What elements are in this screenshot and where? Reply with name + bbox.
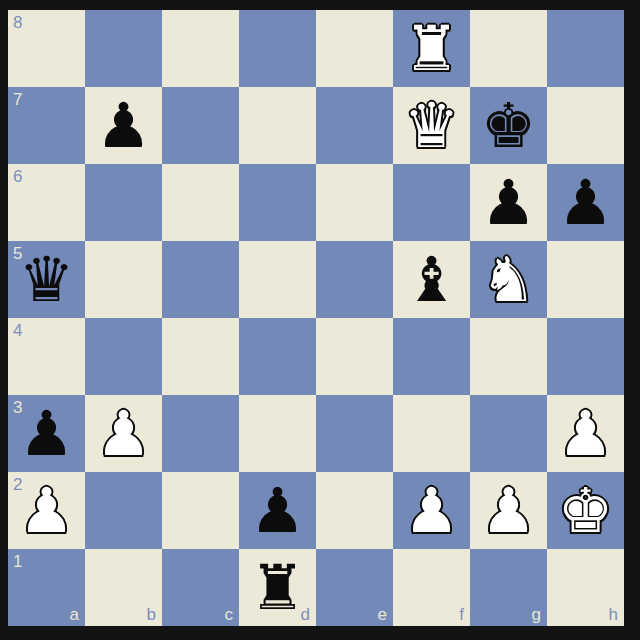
white-pawn[interactable]: ♟: [470, 472, 547, 549]
square-b3[interactable]: ♟: [85, 395, 162, 472]
square-e5[interactable]: [316, 241, 393, 318]
square-e8[interactable]: [316, 10, 393, 87]
square-d3[interactable]: [239, 395, 316, 472]
square-a6[interactable]: 6: [8, 164, 85, 241]
rank-label-1: 1: [13, 553, 22, 570]
square-e4[interactable]: [316, 318, 393, 395]
square-a7[interactable]: 7: [8, 87, 85, 164]
square-e6[interactable]: [316, 164, 393, 241]
square-g3[interactable]: [470, 395, 547, 472]
black-rook[interactable]: ♜: [239, 549, 316, 626]
black-bishop[interactable]: ♝: [393, 241, 470, 318]
square-d5[interactable]: [239, 241, 316, 318]
square-c6[interactable]: [162, 164, 239, 241]
black-pawn[interactable]: ♟: [85, 87, 162, 164]
square-d6[interactable]: [239, 164, 316, 241]
square-a1[interactable]: 1a: [8, 549, 85, 626]
black-pawn[interactable]: ♟: [547, 164, 624, 241]
board-frame: 8♜7♟♛♚6♟♟5♛♝♞43♟♟♟2♟♟♟♟♚1abcd♜efgh: [0, 0, 640, 640]
file-label-b: b: [147, 606, 156, 623]
square-g7[interactable]: ♚: [470, 87, 547, 164]
square-b8[interactable]: [85, 10, 162, 87]
square-f1[interactable]: f: [393, 549, 470, 626]
square-c5[interactable]: [162, 241, 239, 318]
square-c7[interactable]: [162, 87, 239, 164]
square-h2[interactable]: ♚: [547, 472, 624, 549]
square-f3[interactable]: [393, 395, 470, 472]
square-h5[interactable]: [547, 241, 624, 318]
square-b2[interactable]: [85, 472, 162, 549]
square-f6[interactable]: [393, 164, 470, 241]
square-f4[interactable]: [393, 318, 470, 395]
square-e2[interactable]: [316, 472, 393, 549]
square-h4[interactable]: [547, 318, 624, 395]
square-c3[interactable]: [162, 395, 239, 472]
white-pawn[interactable]: ♟: [393, 472, 470, 549]
square-f5[interactable]: ♝: [393, 241, 470, 318]
square-f2[interactable]: ♟: [393, 472, 470, 549]
square-a5[interactable]: 5♛: [8, 241, 85, 318]
square-d7[interactable]: [239, 87, 316, 164]
square-h3[interactable]: ♟: [547, 395, 624, 472]
square-g1[interactable]: g: [470, 549, 547, 626]
square-e7[interactable]: [316, 87, 393, 164]
square-e1[interactable]: e: [316, 549, 393, 626]
chess-board: 8♜7♟♛♚6♟♟5♛♝♞43♟♟♟2♟♟♟♟♚1abcd♜efgh: [8, 10, 624, 626]
square-g4[interactable]: [470, 318, 547, 395]
rank-label-7: 7: [13, 91, 22, 108]
square-c1[interactable]: c: [162, 549, 239, 626]
square-b5[interactable]: [85, 241, 162, 318]
square-d2[interactable]: ♟: [239, 472, 316, 549]
file-label-c: c: [225, 606, 234, 623]
square-d1[interactable]: d♜: [239, 549, 316, 626]
black-queen[interactable]: ♛: [8, 241, 85, 318]
white-pawn[interactable]: ♟: [85, 395, 162, 472]
square-b4[interactable]: [85, 318, 162, 395]
white-pawn[interactable]: ♟: [547, 395, 624, 472]
file-label-a: a: [70, 606, 79, 623]
square-a2[interactable]: 2♟: [8, 472, 85, 549]
rank-label-4: 4: [13, 322, 22, 339]
square-g2[interactable]: ♟: [470, 472, 547, 549]
square-h1[interactable]: h: [547, 549, 624, 626]
white-pawn[interactable]: ♟: [8, 472, 85, 549]
square-g5[interactable]: ♞: [470, 241, 547, 318]
square-d4[interactable]: [239, 318, 316, 395]
square-h6[interactable]: ♟: [547, 164, 624, 241]
square-b1[interactable]: b: [85, 549, 162, 626]
white-king[interactable]: ♚: [547, 472, 624, 549]
square-e3[interactable]: [316, 395, 393, 472]
file-label-g: g: [532, 606, 541, 623]
file-label-h: h: [609, 606, 618, 623]
black-king[interactable]: ♚: [470, 87, 547, 164]
black-pawn[interactable]: ♟: [239, 472, 316, 549]
square-h8[interactable]: [547, 10, 624, 87]
white-knight[interactable]: ♞: [470, 241, 547, 318]
square-g6[interactable]: ♟: [470, 164, 547, 241]
square-a4[interactable]: 4: [8, 318, 85, 395]
square-c8[interactable]: [162, 10, 239, 87]
black-pawn[interactable]: ♟: [8, 395, 85, 472]
square-f8[interactable]: ♜: [393, 10, 470, 87]
square-f7[interactable]: ♛: [393, 87, 470, 164]
black-pawn[interactable]: ♟: [470, 164, 547, 241]
square-a3[interactable]: 3♟: [8, 395, 85, 472]
square-g8[interactable]: [470, 10, 547, 87]
square-c2[interactable]: [162, 472, 239, 549]
file-label-e: e: [378, 606, 387, 623]
square-b6[interactable]: [85, 164, 162, 241]
white-queen[interactable]: ♛: [393, 87, 470, 164]
square-a8[interactable]: 8: [8, 10, 85, 87]
white-rook[interactable]: ♜: [393, 10, 470, 87]
square-b7[interactable]: ♟: [85, 87, 162, 164]
square-d8[interactable]: [239, 10, 316, 87]
square-h7[interactable]: [547, 87, 624, 164]
rank-label-8: 8: [13, 14, 22, 31]
rank-label-6: 6: [13, 168, 22, 185]
file-label-f: f: [459, 606, 464, 623]
square-c4[interactable]: [162, 318, 239, 395]
